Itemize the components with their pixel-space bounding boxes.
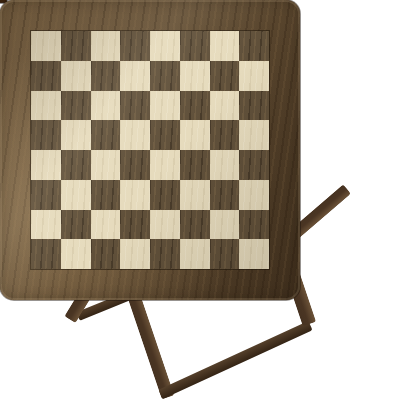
square-b4[interactable]	[61, 150, 91, 180]
square-g4[interactable]	[210, 150, 240, 180]
square-f3[interactable]	[180, 180, 210, 210]
square-h4[interactable]	[239, 150, 269, 180]
square-d7[interactable]	[120, 61, 150, 91]
square-g7[interactable]	[210, 61, 240, 91]
square-a1[interactable]	[31, 239, 61, 269]
square-d5[interactable]	[120, 120, 150, 150]
square-d4[interactable]	[120, 150, 150, 180]
square-c8[interactable]	[91, 31, 121, 61]
square-h2[interactable]	[239, 210, 269, 240]
square-a7[interactable]	[31, 61, 61, 91]
square-h5[interactable]	[239, 120, 269, 150]
chess-table-photo: ♜♞♝♛♚♝♞♜♟♟♟♟♟♟♟♟♟♟♟♟♟♟♟♟♜♞♝♛♚♝♞♜	[0, 0, 400, 411]
square-h1[interactable]	[239, 239, 269, 269]
square-a6[interactable]	[31, 91, 61, 121]
square-f5[interactable]	[180, 120, 210, 150]
square-d6[interactable]	[120, 91, 150, 121]
square-g5[interactable]	[210, 120, 240, 150]
square-h7[interactable]	[239, 61, 269, 91]
square-g6[interactable]	[210, 91, 240, 121]
square-c2[interactable]	[91, 210, 121, 240]
square-e8[interactable]	[150, 31, 180, 61]
square-b8[interactable]	[61, 31, 91, 61]
square-c7[interactable]	[91, 61, 121, 91]
square-b2[interactable]	[61, 210, 91, 240]
square-a4[interactable]	[31, 150, 61, 180]
square-f6[interactable]	[180, 91, 210, 121]
square-f4[interactable]	[180, 150, 210, 180]
square-e5[interactable]	[150, 120, 180, 150]
square-b5[interactable]	[61, 120, 91, 150]
square-g2[interactable]	[210, 210, 240, 240]
square-e3[interactable]	[150, 180, 180, 210]
square-b6[interactable]	[61, 91, 91, 121]
table-stretcher-near	[159, 320, 313, 398]
square-f7[interactable]	[180, 61, 210, 91]
square-a5[interactable]	[31, 120, 61, 150]
square-d1[interactable]	[120, 239, 150, 269]
square-a8[interactable]	[31, 31, 61, 61]
square-b7[interactable]	[61, 61, 91, 91]
square-g8[interactable]	[210, 31, 240, 61]
square-d2[interactable]	[120, 210, 150, 240]
square-h3[interactable]	[239, 180, 269, 210]
square-c6[interactable]	[91, 91, 121, 121]
square-a3[interactable]	[31, 180, 61, 210]
square-d8[interactable]	[120, 31, 150, 61]
square-h8[interactable]	[239, 31, 269, 61]
square-h6[interactable]	[239, 91, 269, 121]
square-g3[interactable]	[210, 180, 240, 210]
square-e6[interactable]	[150, 91, 180, 121]
square-c3[interactable]	[91, 180, 121, 210]
square-c1[interactable]	[91, 239, 121, 269]
square-c4[interactable]	[91, 150, 121, 180]
square-e4[interactable]	[150, 150, 180, 180]
square-d3[interactable]	[120, 180, 150, 210]
square-e2[interactable]	[150, 210, 180, 240]
square-e1[interactable]	[150, 239, 180, 269]
square-b3[interactable]	[61, 180, 91, 210]
square-f1[interactable]	[180, 239, 210, 269]
chess-board[interactable]	[0, 0, 300, 300]
checker-grid	[31, 31, 269, 269]
square-c5[interactable]	[91, 120, 121, 150]
square-e7[interactable]	[150, 61, 180, 91]
square-a2[interactable]	[31, 210, 61, 240]
square-b1[interactable]	[61, 239, 91, 269]
square-f8[interactable]	[180, 31, 210, 61]
square-f2[interactable]	[180, 210, 210, 240]
square-g1[interactable]	[210, 239, 240, 269]
